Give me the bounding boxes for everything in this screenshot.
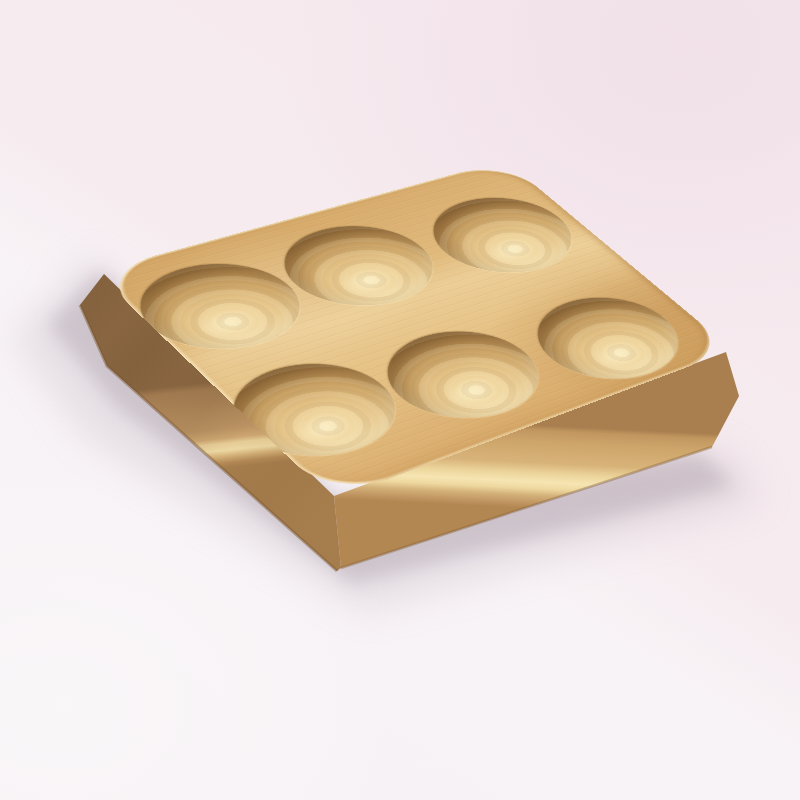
- product-photo-scene: [0, 0, 800, 800]
- pit-highlight-gleam: [173, 296, 280, 352]
- pit-highlight-gleam: [465, 226, 557, 275]
- pit-highlight-gleam: [570, 328, 662, 382]
- pit-highlight-gleam: [268, 398, 376, 459]
- pit-highlight-gleam: [421, 363, 521, 421]
- pit-highlight-gleam: [316, 256, 415, 308]
